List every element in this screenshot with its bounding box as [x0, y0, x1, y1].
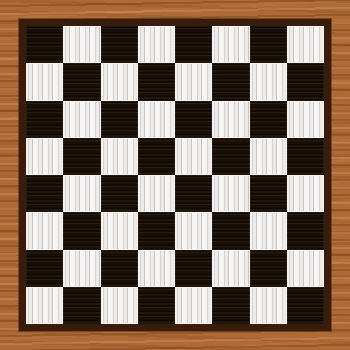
square-d5[interactable]: [138, 138, 175, 175]
square-g1[interactable]: [250, 287, 287, 324]
square-d8[interactable]: [138, 26, 175, 63]
square-c1[interactable]: [101, 287, 138, 324]
square-b3[interactable]: [63, 212, 100, 249]
square-f7[interactable]: [212, 63, 249, 100]
square-e4[interactable]: [175, 175, 212, 212]
square-f3[interactable]: [212, 212, 249, 249]
square-h5[interactable]: [287, 138, 324, 175]
square-d4[interactable]: [138, 175, 175, 212]
square-h2[interactable]: [287, 250, 324, 287]
square-b5[interactable]: [63, 138, 100, 175]
square-h8[interactable]: [287, 26, 324, 63]
square-a8[interactable]: [26, 26, 63, 63]
square-g6[interactable]: [250, 101, 287, 138]
square-c7[interactable]: [101, 63, 138, 100]
square-b6[interactable]: [63, 101, 100, 138]
square-d6[interactable]: [138, 101, 175, 138]
square-c8[interactable]: [101, 26, 138, 63]
square-h7[interactable]: [287, 63, 324, 100]
square-e8[interactable]: [175, 26, 212, 63]
square-d2[interactable]: [138, 250, 175, 287]
square-f4[interactable]: [212, 175, 249, 212]
square-b2[interactable]: [63, 250, 100, 287]
square-g7[interactable]: [250, 63, 287, 100]
square-c4[interactable]: [101, 175, 138, 212]
square-e7[interactable]: [175, 63, 212, 100]
square-c6[interactable]: [101, 101, 138, 138]
square-f1[interactable]: [212, 287, 249, 324]
square-f5[interactable]: [212, 138, 249, 175]
square-e3[interactable]: [175, 212, 212, 249]
square-g8[interactable]: [250, 26, 287, 63]
square-h3[interactable]: [287, 212, 324, 249]
square-c3[interactable]: [101, 212, 138, 249]
square-g2[interactable]: [250, 250, 287, 287]
square-f2[interactable]: [212, 250, 249, 287]
square-f6[interactable]: [212, 101, 249, 138]
square-a6[interactable]: [26, 101, 63, 138]
square-a2[interactable]: [26, 250, 63, 287]
square-h1[interactable]: [287, 287, 324, 324]
square-a4[interactable]: [26, 175, 63, 212]
square-d3[interactable]: [138, 212, 175, 249]
square-h4[interactable]: [287, 175, 324, 212]
square-b4[interactable]: [63, 175, 100, 212]
square-e5[interactable]: [175, 138, 212, 175]
square-e1[interactable]: [175, 287, 212, 324]
square-d1[interactable]: [138, 287, 175, 324]
square-e2[interactable]: [175, 250, 212, 287]
square-a7[interactable]: [26, 63, 63, 100]
square-g4[interactable]: [250, 175, 287, 212]
square-c5[interactable]: [101, 138, 138, 175]
square-g5[interactable]: [250, 138, 287, 175]
square-b7[interactable]: [63, 63, 100, 100]
square-b1[interactable]: [63, 287, 100, 324]
square-b8[interactable]: [63, 26, 100, 63]
square-e6[interactable]: [175, 101, 212, 138]
square-c2[interactable]: [101, 250, 138, 287]
square-g3[interactable]: [250, 212, 287, 249]
square-h6[interactable]: [287, 101, 324, 138]
square-a1[interactable]: [26, 287, 63, 324]
wood-frame: [0, 0, 350, 350]
square-f8[interactable]: [212, 26, 249, 63]
square-a3[interactable]: [26, 212, 63, 249]
square-a5[interactable]: [26, 138, 63, 175]
board: [26, 26, 324, 324]
square-d7[interactable]: [138, 63, 175, 100]
board-border: [19, 19, 331, 331]
